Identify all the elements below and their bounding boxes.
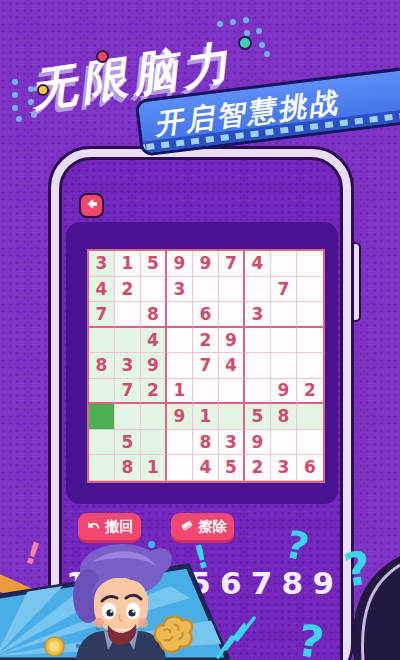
sudoku-cell[interactable]: 5 <box>219 455 245 481</box>
sudoku-cell[interactable] <box>141 404 167 430</box>
sudoku-cell[interactable]: 3 <box>115 353 141 379</box>
deco-dot <box>264 51 270 57</box>
blue-dot-decoration <box>148 541 155 548</box>
sudoku-cell[interactable] <box>167 455 193 481</box>
sudoku-cell[interactable]: 4 <box>245 251 271 277</box>
sudoku-cell[interactable] <box>219 302 245 328</box>
sudoku-cell[interactable]: 9 <box>167 404 193 430</box>
sudoku-cell[interactable]: 4 <box>141 328 167 354</box>
sudoku-cell[interactable]: 9 <box>193 251 219 277</box>
sudoku-cell[interactable]: 7 <box>89 302 115 328</box>
sudoku-cell[interactable]: 9 <box>271 379 297 405</box>
sudoku-cell[interactable] <box>89 379 115 405</box>
sudoku-cell[interactable] <box>89 404 115 430</box>
sudoku-cell[interactable]: 2 <box>141 379 167 405</box>
sudoku-cell[interactable]: 1 <box>193 404 219 430</box>
sudoku-cell[interactable]: 9 <box>167 251 193 277</box>
sudoku-cell[interactable]: 3 <box>245 302 271 328</box>
sudoku-cell[interactable] <box>115 404 141 430</box>
sudoku-cell[interactable] <box>167 328 193 354</box>
sudoku-cell[interactable]: 3 <box>167 277 193 303</box>
undo-label: 撤回 <box>106 518 134 536</box>
yellow-dot-icon <box>37 84 49 96</box>
sudoku-cell[interactable]: 8 <box>271 404 297 430</box>
sudoku-cell[interactable] <box>271 353 297 379</box>
teal-dot-icon <box>238 36 252 50</box>
sudoku-cell[interactable]: 7 <box>271 277 297 303</box>
sudoku-cell[interactable] <box>167 302 193 328</box>
sudoku-cell[interactable] <box>297 328 323 354</box>
sudoku-cell[interactable] <box>297 277 323 303</box>
sudoku-grid: 3159974423778634298397472192915858398145… <box>87 249 325 483</box>
erase-label: 擦除 <box>199 518 227 536</box>
sudoku-cell[interactable]: 2 <box>245 455 271 481</box>
coin-icon <box>44 636 65 657</box>
sudoku-cell[interactable] <box>219 277 245 303</box>
sudoku-cell[interactable]: 9 <box>245 430 271 456</box>
deco-dot <box>12 92 18 98</box>
eraser-icon <box>179 517 195 536</box>
sudoku-cell[interactable] <box>193 277 219 303</box>
sudoku-cell[interactable]: 8 <box>89 353 115 379</box>
sudoku-cell[interactable] <box>245 277 271 303</box>
sudoku-cell[interactable] <box>219 404 245 430</box>
sudoku-cell[interactable]: 6 <box>193 302 219 328</box>
sudoku-cell[interactable]: 9 <box>219 328 245 354</box>
deco-dot <box>16 116 22 122</box>
sudoku-cell[interactable] <box>271 251 297 277</box>
sudoku-cell[interactable]: 5 <box>115 430 141 456</box>
sudoku-cell[interactable]: 2 <box>193 328 219 354</box>
sudoku-cell[interactable]: 7 <box>219 251 245 277</box>
back-arrow-icon <box>84 196 100 216</box>
sudoku-cell[interactable]: 3 <box>219 430 245 456</box>
sudoku-cell[interactable] <box>245 353 271 379</box>
sudoku-cell[interactable] <box>271 302 297 328</box>
sudoku-cell[interactable]: 4 <box>219 353 245 379</box>
sudoku-cell[interactable]: 7 <box>193 353 219 379</box>
sudoku-cell[interactable]: 4 <box>193 455 219 481</box>
sudoku-cell[interactable]: 3 <box>89 251 115 277</box>
sudoku-cell[interactable]: 1 <box>167 379 193 405</box>
deco-dot <box>230 19 236 25</box>
deco-dot <box>12 79 18 85</box>
numpad-digit[interactable]: 7 <box>251 565 273 601</box>
deco-dot <box>217 21 223 27</box>
sudoku-cell[interactable]: 9 <box>141 353 167 379</box>
sudoku-cell[interactable] <box>297 302 323 328</box>
sudoku-cell[interactable]: 5 <box>141 251 167 277</box>
sudoku-cell[interactable]: 1 <box>115 251 141 277</box>
sudoku-cell[interactable] <box>89 455 115 481</box>
sudoku-cell[interactable] <box>115 302 141 328</box>
sudoku-cell[interactable] <box>167 353 193 379</box>
sudoku-cell[interactable] <box>193 379 219 405</box>
sudoku-cell[interactable] <box>89 328 115 354</box>
sudoku-cell[interactable] <box>297 404 323 430</box>
zigzag-decoration <box>212 613 260 660</box>
sudoku-cell[interactable] <box>297 430 323 456</box>
sudoku-cell[interactable] <box>141 430 167 456</box>
deco-dot <box>256 28 262 34</box>
deco-dot <box>243 17 249 23</box>
numpad-digit[interactable]: 9 <box>312 565 334 601</box>
sudoku-cell[interactable]: 7 <box>115 379 141 405</box>
sudoku-cell[interactable]: 2 <box>297 379 323 405</box>
sudoku-cell[interactable]: 5 <box>245 404 271 430</box>
undo-button[interactable]: 撤回 <box>78 513 141 543</box>
sudoku-cell[interactable]: 3 <box>271 455 297 481</box>
sudoku-cell[interactable] <box>271 328 297 354</box>
sudoku-cell[interactable]: 8 <box>115 455 141 481</box>
sudoku-cell[interactable] <box>245 379 271 405</box>
sudoku-cell[interactable] <box>271 430 297 456</box>
sudoku-cell[interactable]: 4 <box>89 277 115 303</box>
sudoku-cell[interactable]: 8 <box>141 302 167 328</box>
sudoku-cell[interactable] <box>297 353 323 379</box>
page: 无限脑力 开启智慧挑战 3159974423778634298397472192… <box>0 0 400 660</box>
brain-icon <box>147 610 199 660</box>
sudoku-cell[interactable] <box>115 328 141 354</box>
numpad-digit[interactable]: 8 <box>282 565 304 601</box>
sudoku-cell[interactable]: 1 <box>141 455 167 481</box>
sudoku-cell[interactable]: 8 <box>193 430 219 456</box>
red-dot-icon <box>96 50 109 63</box>
undo-icon <box>86 517 102 536</box>
back-button[interactable] <box>79 193 104 218</box>
sudoku-cell[interactable] <box>141 277 167 303</box>
sudoku-cell[interactable] <box>245 328 271 354</box>
sudoku-cell[interactable] <box>89 430 115 456</box>
sudoku-cell[interactable] <box>219 379 245 405</box>
sudoku-cell[interactable]: 2 <box>115 277 141 303</box>
sudoku-cell[interactable] <box>297 251 323 277</box>
deco-dot <box>259 42 265 48</box>
sudoku-cell[interactable] <box>167 430 193 456</box>
deco-dot <box>12 105 18 111</box>
sudoku-cell[interactable]: 6 <box>297 455 323 481</box>
